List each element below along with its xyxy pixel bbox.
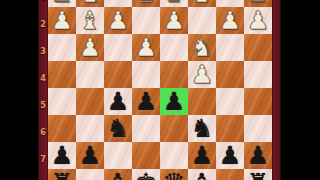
black-pawn: ♟ xyxy=(216,142,244,169)
square-f8[interactable]: ♝ xyxy=(104,169,132,180)
square-c6[interactable]: ♞ xyxy=(188,115,216,142)
square-c8[interactable]: ♝ xyxy=(188,169,216,180)
square-a1[interactable]: ♜ xyxy=(244,0,272,7)
square-h6[interactable] xyxy=(48,115,76,142)
chess-board: ♜♞♚♛♝♜♟♝♟♟♟♟♟♟♞♟♟♟♟♞♞♟♟♟♟♟♜♝♚♛♝♜ xyxy=(48,0,272,180)
square-h5[interactable] xyxy=(48,88,76,115)
square-g6[interactable] xyxy=(76,115,104,142)
black-pawn: ♟ xyxy=(160,88,188,115)
square-f2[interactable]: ♟ xyxy=(104,7,132,34)
square-f5[interactable]: ♟ xyxy=(104,88,132,115)
white-rook: ♜ xyxy=(244,0,272,7)
black-pawn: ♟ xyxy=(104,88,132,115)
square-b5[interactable] xyxy=(216,88,244,115)
square-d2[interactable]: ♟ xyxy=(160,7,188,34)
black-pawn: ♟ xyxy=(76,142,104,169)
square-a4[interactable] xyxy=(244,61,272,88)
square-d5[interactable]: ♟ xyxy=(160,88,188,115)
square-c2[interactable] xyxy=(188,7,216,34)
black-pawn: ♟ xyxy=(48,142,76,169)
square-d4[interactable] xyxy=(160,61,188,88)
rank-label-5: 5 xyxy=(38,101,48,110)
square-c4[interactable]: ♟ xyxy=(188,61,216,88)
square-b4[interactable] xyxy=(216,61,244,88)
square-a8[interactable]: ♜ xyxy=(244,169,272,180)
rank-label-6: 6 xyxy=(38,128,48,137)
square-a2[interactable]: ♟ xyxy=(244,7,272,34)
white-pawn: ♟ xyxy=(160,7,188,34)
square-e4[interactable] xyxy=(132,61,160,88)
square-f3[interactable] xyxy=(104,34,132,61)
rank-label-7: 7 xyxy=(38,155,48,164)
square-a6[interactable] xyxy=(244,115,272,142)
black-knight: ♞ xyxy=(188,115,216,142)
white-pawn: ♟ xyxy=(76,34,104,61)
white-pawn: ♟ xyxy=(244,7,272,34)
square-g2[interactable]: ♝ xyxy=(76,7,104,34)
rank-label-3: 3 xyxy=(38,47,48,56)
square-f1[interactable] xyxy=(104,0,132,7)
white-pawn: ♟ xyxy=(188,61,216,88)
black-bishop: ♝ xyxy=(104,169,132,180)
square-d8[interactable]: ♛ xyxy=(160,169,188,180)
square-h8[interactable]: ♜ xyxy=(48,169,76,180)
square-b8[interactable] xyxy=(216,169,244,180)
white-queen: ♛ xyxy=(160,0,188,7)
black-rook: ♜ xyxy=(48,169,76,180)
square-c1[interactable]: ♝ xyxy=(188,0,216,7)
square-b2[interactable]: ♟ xyxy=(216,7,244,34)
square-b6[interactable] xyxy=(216,115,244,142)
square-e6[interactable] xyxy=(132,115,160,142)
square-g7[interactable]: ♟ xyxy=(76,142,104,169)
black-pawn: ♟ xyxy=(244,142,272,169)
square-a7[interactable]: ♟ xyxy=(244,142,272,169)
chess-video-still: 12345678 ♜♞♚♛♝♜♟♝♟♟♟♟♟♟♞♟♟♟♟♞♞♟♟♟♟♟♜♝♚♛♝… xyxy=(0,0,320,180)
square-e1[interactable]: ♚ xyxy=(132,0,160,7)
black-knight: ♞ xyxy=(104,115,132,142)
square-e5[interactable]: ♟ xyxy=(132,88,160,115)
rank-label-4: 4 xyxy=(38,74,48,83)
square-c7[interactable]: ♟ xyxy=(188,142,216,169)
white-pawn: ♟ xyxy=(104,7,132,34)
square-d3[interactable] xyxy=(160,34,188,61)
white-bishop: ♝ xyxy=(188,0,216,7)
white-king: ♚ xyxy=(132,0,160,7)
white-knight: ♞ xyxy=(76,0,104,7)
square-b3[interactable] xyxy=(216,34,244,61)
white-pawn: ♟ xyxy=(132,34,160,61)
white-rook: ♜ xyxy=(48,0,76,7)
black-pawn: ♟ xyxy=(132,88,160,115)
square-b7[interactable]: ♟ xyxy=(216,142,244,169)
black-pawn: ♟ xyxy=(188,142,216,169)
square-d1[interactable]: ♛ xyxy=(160,0,188,7)
square-h7[interactable]: ♟ xyxy=(48,142,76,169)
black-rook: ♜ xyxy=(244,169,272,180)
white-bishop: ♝ xyxy=(76,7,104,34)
square-d7[interactable] xyxy=(160,142,188,169)
black-king: ♚ xyxy=(132,169,160,180)
square-a5[interactable] xyxy=(244,88,272,115)
square-h4[interactable] xyxy=(48,61,76,88)
square-b1[interactable] xyxy=(216,0,244,7)
square-a3[interactable] xyxy=(244,34,272,61)
square-e2[interactable] xyxy=(132,7,160,34)
white-pawn: ♟ xyxy=(216,7,244,34)
square-f6[interactable]: ♞ xyxy=(104,115,132,142)
square-f4[interactable] xyxy=(104,61,132,88)
square-h2[interactable]: ♟ xyxy=(48,7,76,34)
black-bishop: ♝ xyxy=(188,169,216,180)
square-g4[interactable] xyxy=(76,61,104,88)
square-g8[interactable] xyxy=(76,169,104,180)
white-knight: ♞ xyxy=(188,34,216,61)
square-h3[interactable] xyxy=(48,34,76,61)
square-c3[interactable]: ♞ xyxy=(188,34,216,61)
square-g5[interactable] xyxy=(76,88,104,115)
square-c5[interactable] xyxy=(188,88,216,115)
square-h1[interactable]: ♜ xyxy=(48,0,76,7)
square-g3[interactable]: ♟ xyxy=(76,34,104,61)
square-f7[interactable] xyxy=(104,142,132,169)
black-queen: ♛ xyxy=(160,169,188,180)
rank-label-1: 1 xyxy=(38,0,48,2)
square-e7[interactable] xyxy=(132,142,160,169)
square-e8[interactable]: ♚ xyxy=(132,169,160,180)
rank-label-2: 2 xyxy=(38,20,48,29)
square-g1[interactable]: ♞ xyxy=(76,0,104,7)
white-pawn: ♟ xyxy=(48,7,76,34)
square-e3[interactable]: ♟ xyxy=(132,34,160,61)
square-d6[interactable] xyxy=(160,115,188,142)
